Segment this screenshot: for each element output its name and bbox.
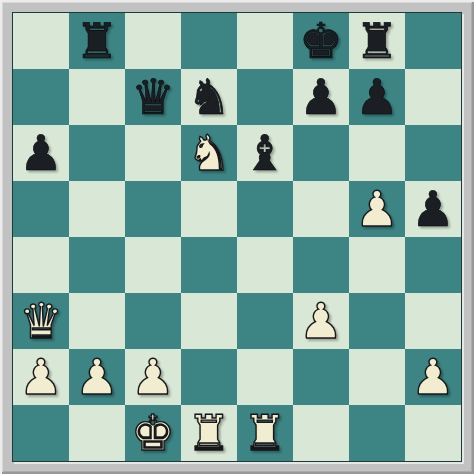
square-a3[interactable]: ♛ <box>13 293 69 349</box>
square-b8[interactable]: ♜ <box>69 13 125 69</box>
square-h8[interactable] <box>405 13 461 69</box>
black-pawn[interactable]: ♟ <box>411 185 455 234</box>
square-d3[interactable] <box>181 293 237 349</box>
square-c8[interactable] <box>125 13 181 69</box>
square-e4[interactable] <box>237 237 293 293</box>
square-b7[interactable] <box>69 69 125 125</box>
square-b1[interactable] <box>69 405 125 461</box>
white-queen[interactable]: ♛ <box>19 297 63 346</box>
square-f7[interactable]: ♟ <box>293 69 349 125</box>
square-c4[interactable] <box>125 237 181 293</box>
black-queen[interactable]: ♛ <box>131 73 175 122</box>
square-a2[interactable]: ♟ <box>13 349 69 405</box>
square-b3[interactable] <box>69 293 125 349</box>
white-king[interactable]: ♚ <box>131 409 175 458</box>
white-pawn[interactable]: ♟ <box>19 353 63 402</box>
square-g3[interactable] <box>349 293 405 349</box>
square-e8[interactable] <box>237 13 293 69</box>
square-g6[interactable] <box>349 125 405 181</box>
white-pawn[interactable]: ♟ <box>131 353 175 402</box>
square-d1[interactable]: ♜ <box>181 405 237 461</box>
white-pawn[interactable]: ♟ <box>355 185 399 234</box>
square-h3[interactable] <box>405 293 461 349</box>
square-h6[interactable] <box>405 125 461 181</box>
square-f6[interactable] <box>293 125 349 181</box>
square-e7[interactable] <box>237 69 293 125</box>
square-f4[interactable] <box>293 237 349 293</box>
square-c2[interactable]: ♟ <box>125 349 181 405</box>
square-e3[interactable] <box>237 293 293 349</box>
square-e2[interactable] <box>237 349 293 405</box>
square-b6[interactable] <box>69 125 125 181</box>
square-b4[interactable] <box>69 237 125 293</box>
black-rook[interactable]: ♜ <box>75 17 119 66</box>
square-e6[interactable]: ♝ <box>237 125 293 181</box>
black-king[interactable]: ♚ <box>299 17 343 66</box>
square-d6[interactable]: ♞ <box>181 125 237 181</box>
square-g4[interactable] <box>349 237 405 293</box>
square-f3[interactable]: ♟ <box>293 293 349 349</box>
chess-board[interactable]: ♜♚♜♛♞♟♟♟♞♝♟♟♛♟♟♟♟♟♚♜♜ <box>12 12 462 462</box>
square-d8[interactable] <box>181 13 237 69</box>
square-h2[interactable]: ♟ <box>405 349 461 405</box>
square-b2[interactable]: ♟ <box>69 349 125 405</box>
square-f2[interactable] <box>293 349 349 405</box>
square-a6[interactable]: ♟ <box>13 125 69 181</box>
board-frame: ♜♚♜♛♞♟♟♟♞♝♟♟♛♟♟♟♟♟♚♜♜ <box>0 0 474 474</box>
square-b5[interactable] <box>69 181 125 237</box>
square-a8[interactable] <box>13 13 69 69</box>
square-a1[interactable] <box>13 405 69 461</box>
square-c5[interactable] <box>125 181 181 237</box>
square-f5[interactable] <box>293 181 349 237</box>
square-g8[interactable]: ♜ <box>349 13 405 69</box>
square-f1[interactable] <box>293 405 349 461</box>
white-rook[interactable]: ♜ <box>243 409 287 458</box>
square-d7[interactable]: ♞ <box>181 69 237 125</box>
white-pawn[interactable]: ♟ <box>411 353 455 402</box>
square-g1[interactable] <box>349 405 405 461</box>
square-f8[interactable]: ♚ <box>293 13 349 69</box>
square-h1[interactable] <box>405 405 461 461</box>
black-pawn[interactable]: ♟ <box>299 73 343 122</box>
square-g5[interactable]: ♟ <box>349 181 405 237</box>
black-rook[interactable]: ♜ <box>355 17 399 66</box>
square-a5[interactable] <box>13 181 69 237</box>
black-pawn[interactable]: ♟ <box>19 129 63 178</box>
square-c6[interactable] <box>125 125 181 181</box>
square-g2[interactable] <box>349 349 405 405</box>
white-rook[interactable]: ♜ <box>187 409 231 458</box>
white-pawn[interactable]: ♟ <box>75 353 119 402</box>
square-c3[interactable] <box>125 293 181 349</box>
square-c1[interactable]: ♚ <box>125 405 181 461</box>
square-e1[interactable]: ♜ <box>237 405 293 461</box>
square-a4[interactable] <box>13 237 69 293</box>
square-g7[interactable]: ♟ <box>349 69 405 125</box>
square-e5[interactable] <box>237 181 293 237</box>
square-h5[interactable]: ♟ <box>405 181 461 237</box>
square-a7[interactable] <box>13 69 69 125</box>
square-d4[interactable] <box>181 237 237 293</box>
square-h7[interactable] <box>405 69 461 125</box>
square-d5[interactable] <box>181 181 237 237</box>
white-knight[interactable]: ♞ <box>187 129 231 178</box>
black-bishop[interactable]: ♝ <box>243 129 287 178</box>
black-pawn[interactable]: ♟ <box>355 73 399 122</box>
square-c7[interactable]: ♛ <box>125 69 181 125</box>
square-h4[interactable] <box>405 237 461 293</box>
black-knight[interactable]: ♞ <box>187 73 231 122</box>
white-pawn[interactable]: ♟ <box>299 297 343 346</box>
square-d2[interactable] <box>181 349 237 405</box>
